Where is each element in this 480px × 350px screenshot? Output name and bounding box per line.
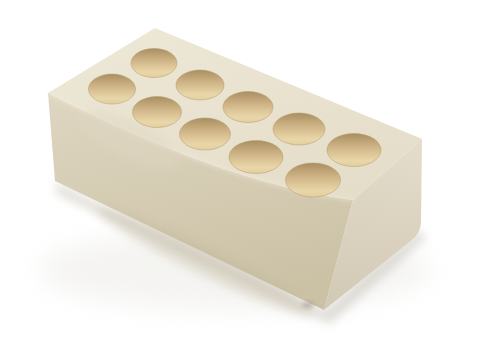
brick-hole-front-4 xyxy=(229,141,283,174)
brick-hole-front-2 xyxy=(133,97,182,128)
photo-stage xyxy=(0,0,480,350)
brick-hole-front-5 xyxy=(286,163,341,197)
brick-hole-back-4 xyxy=(273,113,325,145)
chip-shadow xyxy=(302,302,314,308)
brick-hole-front-3 xyxy=(180,118,231,150)
brick-hole-back-5 xyxy=(327,134,381,167)
brick-photo xyxy=(0,0,480,350)
brick-hole-back-3 xyxy=(223,92,273,123)
brick-hole-back-2 xyxy=(176,70,224,100)
brick-hole-front-1 xyxy=(89,74,136,104)
brick-hole-back-1 xyxy=(131,49,177,78)
